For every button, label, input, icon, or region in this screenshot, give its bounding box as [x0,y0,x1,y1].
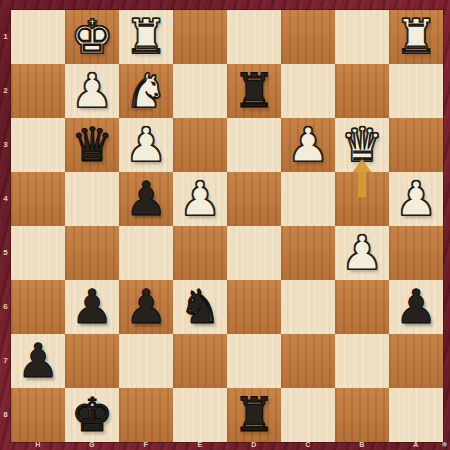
rank-label-6: 6 [0,280,11,334]
black-pawn[interactable]: ♟ [125,175,167,222]
square-d7[interactable] [227,334,281,388]
square-d5[interactable] [227,226,281,280]
square-c1[interactable] [281,10,335,64]
rank-label-4: 4 [0,172,11,226]
black-pawn[interactable]: ♟ [125,283,167,330]
square-c5[interactable] [281,226,335,280]
white-king[interactable]: ♚ [71,13,113,60]
square-g3[interactable]: ♛ [65,118,119,172]
white-pawn[interactable]: ♟ [125,121,167,168]
square-b6[interactable] [335,280,389,334]
square-g4[interactable] [65,172,119,226]
black-rook[interactable]: ♜ [233,391,275,438]
square-f8[interactable] [119,388,173,442]
black-pawn[interactable]: ♟ [17,337,59,384]
file-label-b: B [335,440,389,450]
white-rook[interactable]: ♜ [395,13,437,60]
black-pawn[interactable]: ♟ [395,283,437,330]
square-h2[interactable] [11,64,65,118]
square-f5[interactable] [119,226,173,280]
square-g6[interactable]: ♟ [65,280,119,334]
white-knight[interactable]: ♞ [125,67,167,114]
square-h7[interactable]: ♟ [11,334,65,388]
square-f6[interactable]: ♟ [119,280,173,334]
white-pawn[interactable]: ♟ [71,67,113,114]
square-b2[interactable] [335,64,389,118]
white-pawn[interactable]: ♟ [179,175,221,222]
square-b5[interactable]: ♟ [335,226,389,280]
square-c3[interactable]: ♟ [281,118,335,172]
square-h3[interactable] [11,118,65,172]
square-f1[interactable]: ♜ [119,10,173,64]
square-d8[interactable]: ♜ [227,388,281,442]
square-h8[interactable] [11,388,65,442]
corner-dot [442,442,447,447]
square-g2[interactable]: ♟ [65,64,119,118]
black-knight[interactable]: ♞ [179,283,221,330]
square-g7[interactable] [65,334,119,388]
square-h1[interactable] [11,10,65,64]
black-pawn[interactable]: ♟ [71,283,113,330]
square-b3[interactable]: ♛ [335,118,389,172]
square-g5[interactable] [65,226,119,280]
square-e2[interactable] [173,64,227,118]
square-a7[interactable] [389,334,443,388]
square-e6[interactable]: ♞ [173,280,227,334]
square-e1[interactable] [173,10,227,64]
white-pawn[interactable]: ♟ [341,229,383,276]
square-f2[interactable]: ♞ [119,64,173,118]
square-e4[interactable]: ♟ [173,172,227,226]
square-g8[interactable]: ♚ [65,388,119,442]
square-d4[interactable] [227,172,281,226]
white-pawn[interactable]: ♟ [395,175,437,222]
square-c7[interactable] [281,334,335,388]
square-b7[interactable] [335,334,389,388]
square-d6[interactable] [227,280,281,334]
square-a4[interactable]: ♟ [389,172,443,226]
white-pawn[interactable]: ♟ [287,121,329,168]
rank-label-5: 5 [0,226,11,280]
square-c8[interactable] [281,388,335,442]
square-a2[interactable] [389,64,443,118]
square-f4[interactable]: ♟ [119,172,173,226]
rank-label-8: 8 [0,388,11,442]
square-b1[interactable] [335,10,389,64]
square-a1[interactable]: ♜ [389,10,443,64]
square-a3[interactable] [389,118,443,172]
square-e3[interactable] [173,118,227,172]
square-a6[interactable]: ♟ [389,280,443,334]
square-b4[interactable] [335,172,389,226]
square-g1[interactable]: ♚ [65,10,119,64]
square-f3[interactable]: ♟ [119,118,173,172]
rank-label-1: 1 [0,10,11,64]
square-d3[interactable] [227,118,281,172]
file-label-c: C [281,440,335,450]
black-queen[interactable]: ♛ [71,121,113,168]
square-a8[interactable] [389,388,443,442]
rank-label-7: 7 [0,334,11,388]
black-king[interactable]: ♚ [71,391,113,438]
square-h6[interactable] [11,280,65,334]
square-c2[interactable] [281,64,335,118]
square-e7[interactable] [173,334,227,388]
square-d2[interactable]: ♜ [227,64,281,118]
square-c6[interactable] [281,280,335,334]
square-a5[interactable] [389,226,443,280]
white-queen[interactable]: ♛ [341,121,383,168]
white-rook[interactable]: ♜ [125,13,167,60]
file-label-h: H [11,440,65,450]
chess-board: ♚♜♜♟♞♜♛♟♟♛♟♟♟♟♟♟♞♟♟♚♜ [11,10,443,442]
black-rook[interactable]: ♜ [233,67,275,114]
file-label-d: D [227,440,281,450]
chess-board-frame: ♚♜♜♟♞♜♛♟♟♛♟♟♟♟♟♟♞♟♟♚♜ 12345678 HGFEDCBA [0,0,450,450]
rank-label-3: 3 [0,118,11,172]
square-c4[interactable] [281,172,335,226]
file-label-g: G [65,440,119,450]
square-b8[interactable] [335,388,389,442]
file-label-e: E [173,440,227,450]
square-e5[interactable] [173,226,227,280]
file-label-f: F [119,440,173,450]
square-e8[interactable] [173,388,227,442]
file-label-a: A [389,440,443,450]
square-f7[interactable] [119,334,173,388]
rank-label-2: 2 [0,64,11,118]
square-h4[interactable] [11,172,65,226]
square-d1[interactable] [227,10,281,64]
square-h5[interactable] [11,226,65,280]
